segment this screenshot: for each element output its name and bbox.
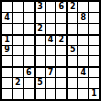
cell-r4c9[interactable]	[89, 35, 99, 45]
cell-r7c3: 6	[24, 67, 34, 77]
cell-r7c4[interactable]	[35, 67, 45, 77]
cell-r2c4[interactable]	[35, 13, 45, 23]
cell-r5c6[interactable]	[56, 46, 66, 56]
cell-r3c8[interactable]	[78, 24, 88, 34]
cell-r5c5[interactable]	[46, 46, 56, 56]
cell-r6c3[interactable]	[24, 56, 34, 66]
cell-r9c5[interactable]	[46, 89, 56, 99]
cell-r9c3[interactable]	[24, 89, 34, 99]
cell-r9c7[interactable]	[67, 89, 77, 99]
cell-r6c1[interactable]	[2, 56, 12, 66]
cell-r4c3[interactable]	[24, 35, 34, 45]
cell-r6c4[interactable]	[35, 56, 45, 66]
cell-r6c6[interactable]	[56, 56, 66, 66]
cell-r3c1[interactable]	[2, 24, 12, 34]
cell-r5c8[interactable]	[78, 46, 88, 56]
cell-r1c2[interactable]	[13, 2, 23, 12]
cell-r1c8[interactable]	[78, 2, 88, 12]
cell-r7c5: 7	[46, 67, 56, 77]
cell-r2c3[interactable]	[24, 13, 34, 23]
cell-r1c4: 3	[35, 2, 45, 12]
cell-r4c6: 2	[56, 35, 66, 45]
cell-r5c1: 9	[2, 46, 12, 56]
cell-r1c9[interactable]	[89, 2, 99, 12]
cell-r7c6[interactable]	[56, 67, 66, 77]
cell-r5c4[interactable]	[35, 46, 45, 56]
cell-r9c8[interactable]	[78, 89, 88, 99]
cell-r6c2[interactable]	[13, 56, 23, 66]
sudoku-board: 36248214295674251	[0, 0, 101, 101]
cell-r7c7[interactable]	[67, 67, 77, 77]
cell-r8c9[interactable]	[89, 78, 99, 88]
cell-r8c5[interactable]	[46, 78, 56, 88]
cell-r8c3[interactable]	[24, 78, 34, 88]
cell-r5c3[interactable]	[24, 46, 34, 56]
cell-r9c1[interactable]	[2, 89, 12, 99]
cell-r3c2[interactable]	[13, 24, 23, 34]
cell-r2c9[interactable]	[89, 13, 99, 23]
cell-r3c7[interactable]	[67, 24, 77, 34]
cell-r4c4[interactable]	[35, 35, 45, 45]
cell-r7c8: 4	[78, 67, 88, 77]
cell-r6c5[interactable]	[46, 56, 56, 66]
cell-r8c1[interactable]	[2, 78, 12, 88]
cell-r3c4: 2	[35, 24, 45, 34]
cell-r8c8[interactable]	[78, 78, 88, 88]
cell-r2c7[interactable]	[67, 13, 77, 23]
cell-r1c3[interactable]	[24, 2, 34, 12]
cell-r2c1: 4	[2, 13, 12, 23]
cell-r6c8[interactable]	[78, 56, 88, 66]
cell-r8c2: 2	[13, 78, 23, 88]
cell-r2c5[interactable]	[46, 13, 56, 23]
cell-r6c9[interactable]	[89, 56, 99, 66]
cell-r8c4: 5	[35, 78, 45, 88]
cell-r9c9: 1	[89, 89, 99, 99]
cell-r5c9[interactable]	[89, 46, 99, 56]
cell-r1c1[interactable]	[2, 2, 12, 12]
cell-r4c5: 4	[46, 35, 56, 45]
cell-r7c1[interactable]	[2, 67, 12, 77]
cell-r9c4[interactable]	[35, 89, 45, 99]
cell-r1c5[interactable]	[46, 2, 56, 12]
cell-r1c7: 2	[67, 2, 77, 12]
cell-r2c2[interactable]	[13, 13, 23, 23]
cell-r6c7[interactable]	[67, 56, 77, 66]
cell-r5c2[interactable]	[13, 46, 23, 56]
cell-r9c2[interactable]	[13, 89, 23, 99]
cell-r3c9[interactable]	[89, 24, 99, 34]
cell-r4c7[interactable]	[67, 35, 77, 45]
cell-r1c6: 6	[56, 2, 66, 12]
cell-r7c9[interactable]	[89, 67, 99, 77]
cell-r8c7[interactable]	[67, 78, 77, 88]
cell-r5c7: 5	[67, 46, 77, 56]
cell-r3c6[interactable]	[56, 24, 66, 34]
cell-r4c8[interactable]	[78, 35, 88, 45]
cell-r2c6[interactable]	[56, 13, 66, 23]
cell-r3c3[interactable]	[24, 24, 34, 34]
cell-r2c8: 8	[78, 13, 88, 23]
cell-r8c6[interactable]	[56, 78, 66, 88]
cell-r9c6[interactable]	[56, 89, 66, 99]
cell-r4c1: 1	[2, 35, 12, 45]
cell-r3c5[interactable]	[46, 24, 56, 34]
cell-r4c2[interactable]	[13, 35, 23, 45]
cell-r7c2[interactable]	[13, 67, 23, 77]
